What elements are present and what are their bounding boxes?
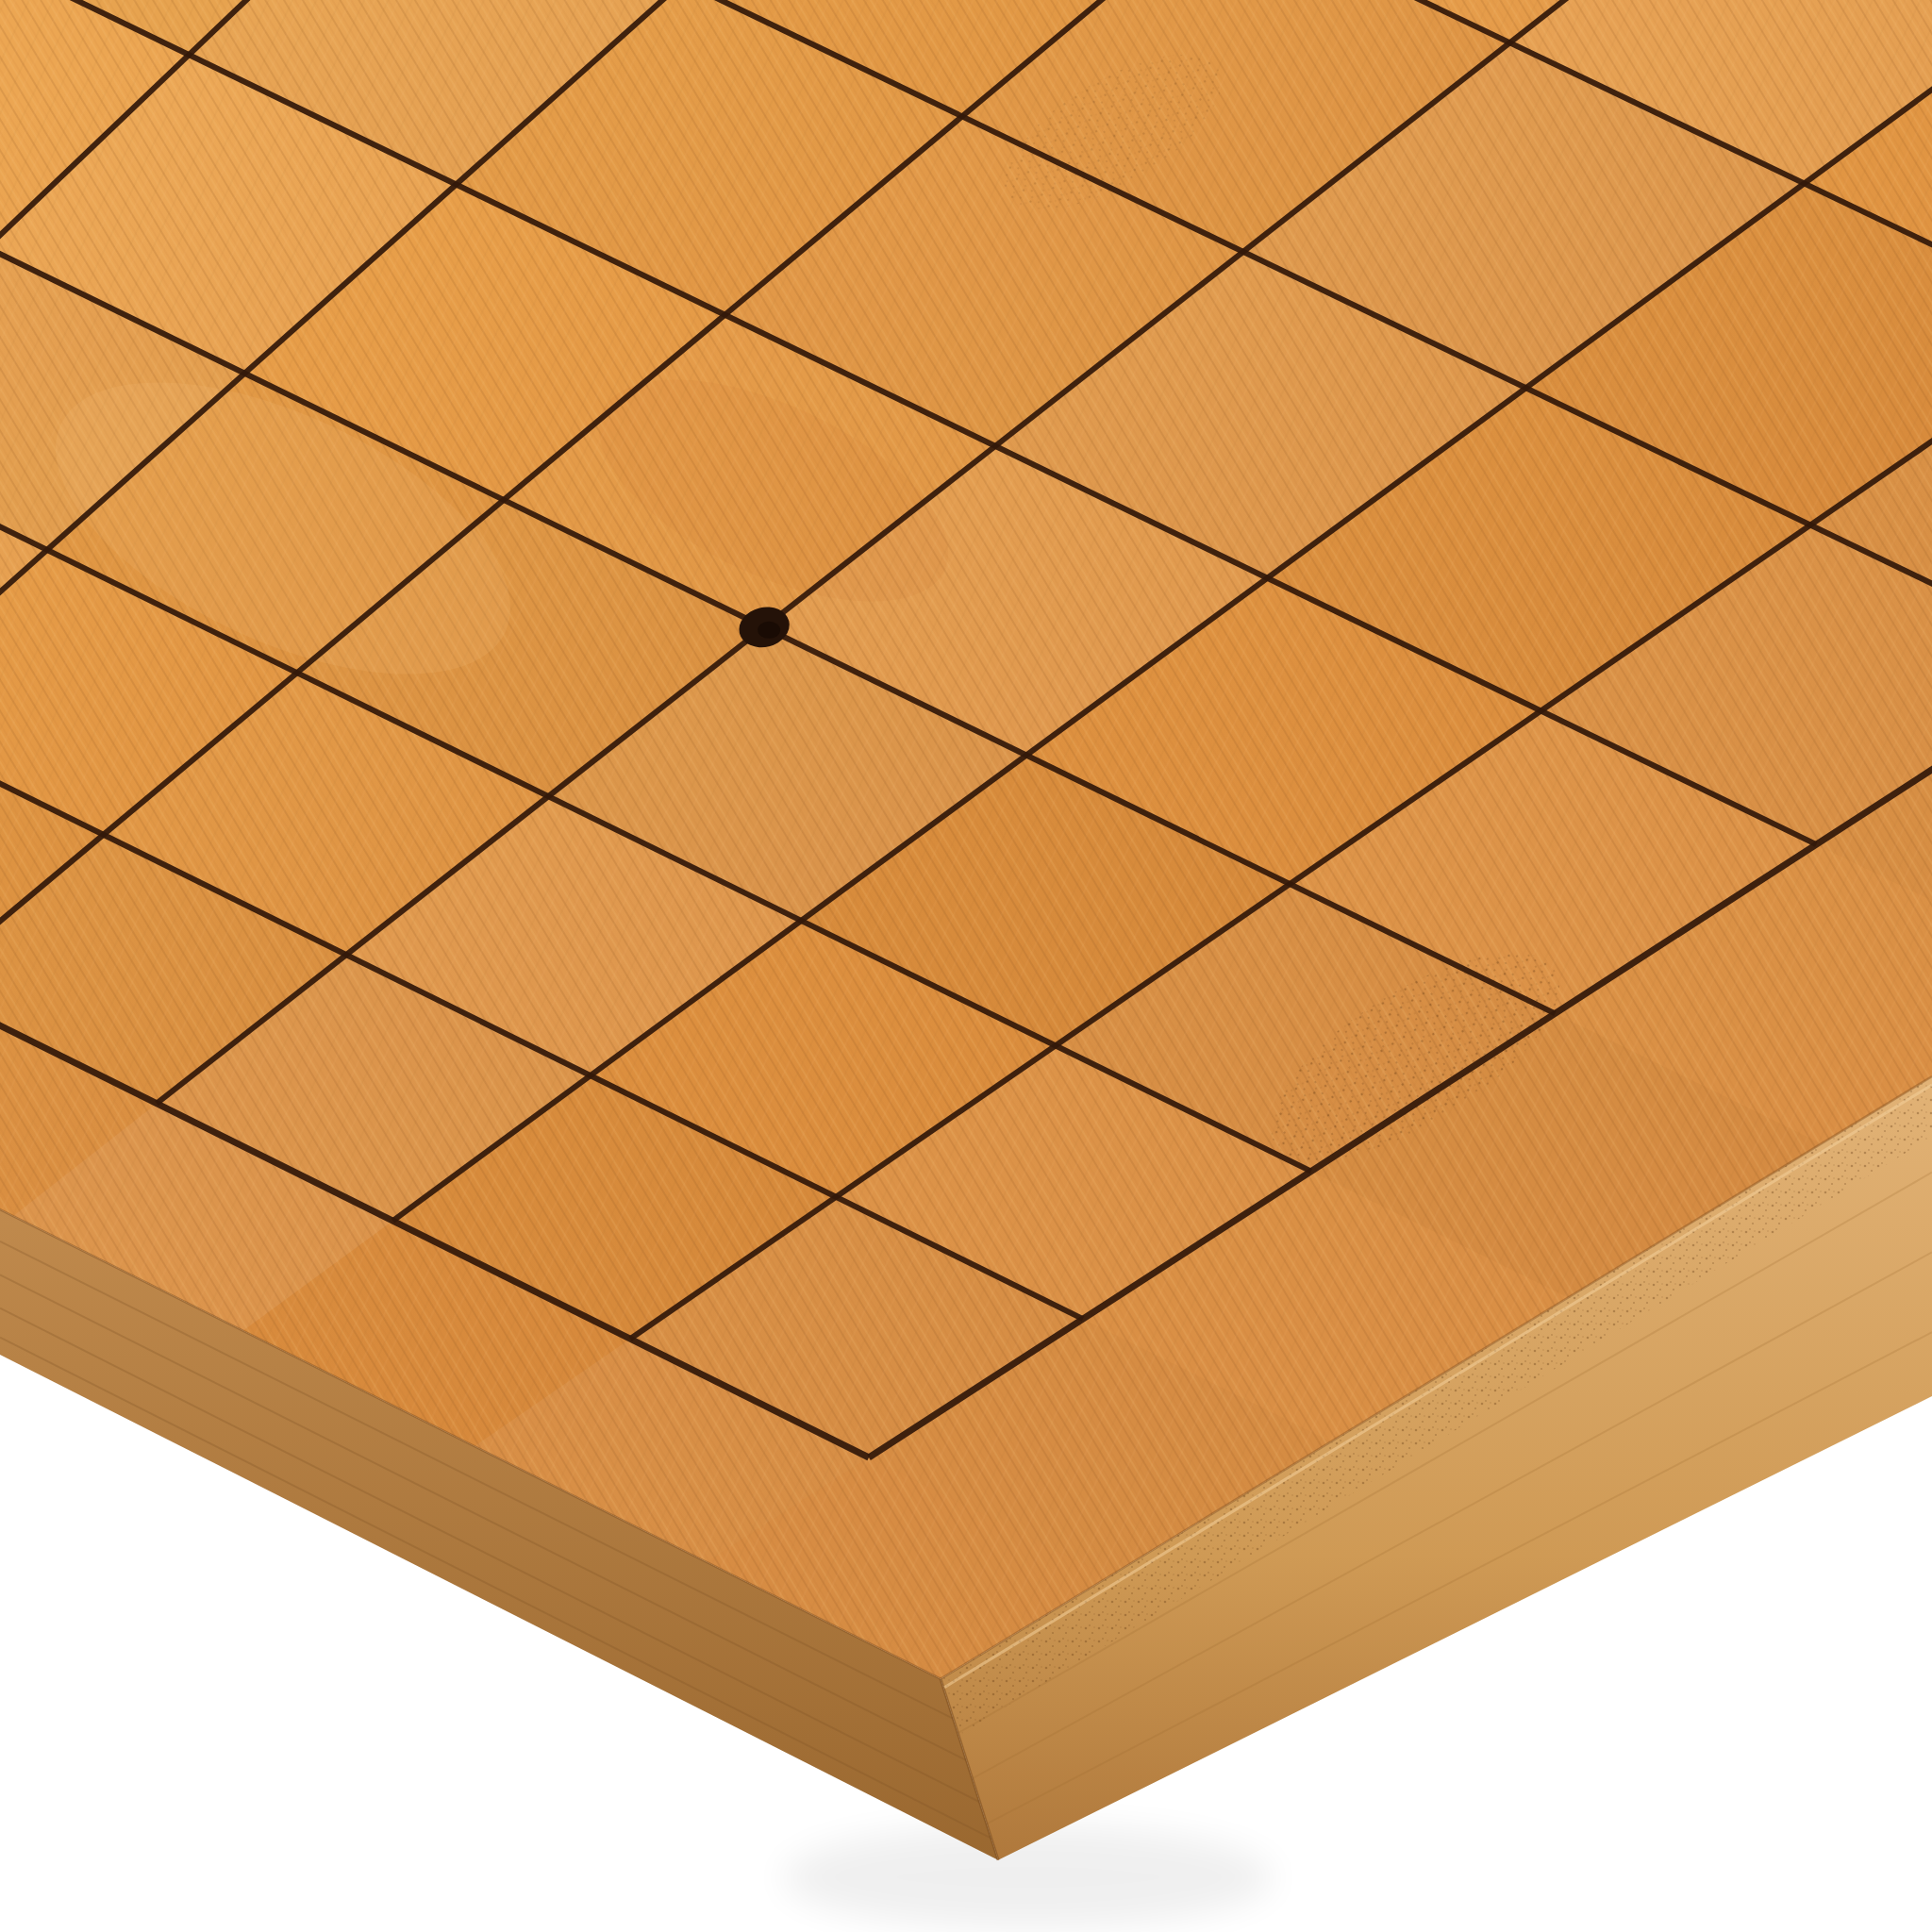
photo-stage [0, 0, 1932, 1932]
go-board-photo [0, 0, 1932, 1932]
